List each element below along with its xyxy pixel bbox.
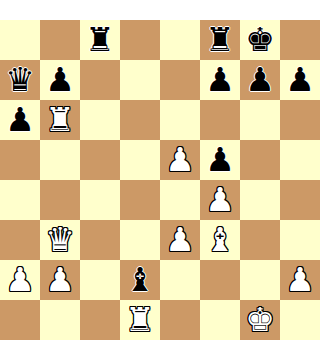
square-d1[interactable]: ♜ [120, 300, 160, 340]
white-rook-b6[interactable]: ♜ [45, 100, 75, 140]
square-b3[interactable]: ♛ [40, 220, 80, 260]
square-a8[interactable] [0, 20, 40, 60]
square-d4[interactable] [120, 180, 160, 220]
square-e8[interactable] [160, 20, 200, 60]
square-h5[interactable] [280, 140, 320, 180]
black-bishop-d2[interactable]: ♝ [125, 260, 155, 300]
square-c1[interactable] [80, 300, 120, 340]
black-pawn-f5[interactable]: ♟ [205, 140, 235, 180]
square-h1[interactable] [280, 300, 320, 340]
white-pawn-a2[interactable]: ♟ [5, 260, 35, 300]
square-g1[interactable]: ♚ [240, 300, 280, 340]
square-c8[interactable]: ♜ [80, 20, 120, 60]
square-d8[interactable] [120, 20, 160, 60]
square-c7[interactable] [80, 60, 120, 100]
title-bar: WCSAC.0619 [0, 0, 320, 20]
square-h7[interactable]: ♟ [280, 60, 320, 100]
square-c6[interactable] [80, 100, 120, 140]
white-pawn-h2[interactable]: ♟ [285, 260, 315, 300]
black-rook-f8[interactable]: ♜ [205, 20, 235, 60]
square-a6[interactable]: ♟ [0, 100, 40, 140]
square-d3[interactable] [120, 220, 160, 260]
square-b2[interactable]: ♟ [40, 260, 80, 300]
square-h8[interactable] [280, 20, 320, 60]
black-pawn-g7[interactable]: ♟ [245, 60, 275, 100]
square-c4[interactable] [80, 180, 120, 220]
white-pawn-f4[interactable]: ♟ [205, 180, 235, 220]
white-pawn-e3[interactable]: ♟ [165, 220, 195, 260]
white-rook-d1[interactable]: ♜ [125, 300, 155, 340]
black-king-g8[interactable]: ♚ [245, 20, 275, 60]
square-f3[interactable]: ♝ [200, 220, 240, 260]
square-a1[interactable] [0, 300, 40, 340]
square-b5[interactable] [40, 140, 80, 180]
square-e2[interactable] [160, 260, 200, 300]
chess-board: ♜♜♚♛♟♟♟♟♟♜♟♟♟♛♟♝♟♟♝♟♜♚ [0, 20, 320, 340]
square-b4[interactable] [40, 180, 80, 220]
square-g2[interactable] [240, 260, 280, 300]
black-rook-c8[interactable]: ♜ [85, 20, 115, 60]
square-e6[interactable] [160, 100, 200, 140]
square-a3[interactable] [0, 220, 40, 260]
black-queen-a7[interactable]: ♛ [5, 60, 35, 100]
black-pawn-a6[interactable]: ♟ [5, 100, 35, 140]
black-pawn-b7[interactable]: ♟ [45, 60, 75, 100]
white-queen-b3[interactable]: ♛ [45, 220, 75, 260]
square-f7[interactable]: ♟ [200, 60, 240, 100]
square-f2[interactable] [200, 260, 240, 300]
square-g3[interactable] [240, 220, 280, 260]
status-bar: 1... ? [0, 340, 320, 360]
square-a2[interactable]: ♟ [0, 260, 40, 300]
square-f4[interactable]: ♟ [200, 180, 240, 220]
square-c5[interactable] [80, 140, 120, 180]
square-h4[interactable] [280, 180, 320, 220]
black-pawn-h7[interactable]: ♟ [285, 60, 315, 100]
square-f6[interactable] [200, 100, 240, 140]
square-d6[interactable] [120, 100, 160, 140]
square-e5[interactable]: ♟ [160, 140, 200, 180]
square-f1[interactable] [200, 300, 240, 340]
square-g6[interactable] [240, 100, 280, 140]
square-h2[interactable]: ♟ [280, 260, 320, 300]
square-b8[interactable] [40, 20, 80, 60]
square-d5[interactable] [120, 140, 160, 180]
square-f5[interactable]: ♟ [200, 140, 240, 180]
square-e3[interactable]: ♟ [160, 220, 200, 260]
square-e4[interactable] [160, 180, 200, 220]
square-f8[interactable]: ♜ [200, 20, 240, 60]
square-a4[interactable] [0, 180, 40, 220]
chess-training-window: WCSAC.0619 ♜♜♚♛♟♟♟♟♟♜♟♟♟♛♟♝♟♟♝♟♜♚ 1... ? [0, 0, 320, 360]
square-c2[interactable] [80, 260, 120, 300]
square-e7[interactable] [160, 60, 200, 100]
square-e1[interactable] [160, 300, 200, 340]
square-h3[interactable] [280, 220, 320, 260]
white-pawn-e5[interactable]: ♟ [165, 140, 195, 180]
square-b7[interactable]: ♟ [40, 60, 80, 100]
square-c3[interactable] [80, 220, 120, 260]
square-a7[interactable]: ♛ [0, 60, 40, 100]
square-a5[interactable] [0, 140, 40, 180]
square-g8[interactable]: ♚ [240, 20, 280, 60]
square-b6[interactable]: ♜ [40, 100, 80, 140]
square-d7[interactable] [120, 60, 160, 100]
white-king-g1[interactable]: ♚ [245, 300, 275, 340]
square-d2[interactable]: ♝ [120, 260, 160, 300]
square-h6[interactable] [280, 100, 320, 140]
square-g7[interactable]: ♟ [240, 60, 280, 100]
black-pawn-f7[interactable]: ♟ [205, 60, 235, 100]
white-bishop-f3[interactable]: ♝ [205, 220, 235, 260]
square-g4[interactable] [240, 180, 280, 220]
white-pawn-b2[interactable]: ♟ [45, 260, 75, 300]
square-g5[interactable] [240, 140, 280, 180]
square-b1[interactable] [40, 300, 80, 340]
